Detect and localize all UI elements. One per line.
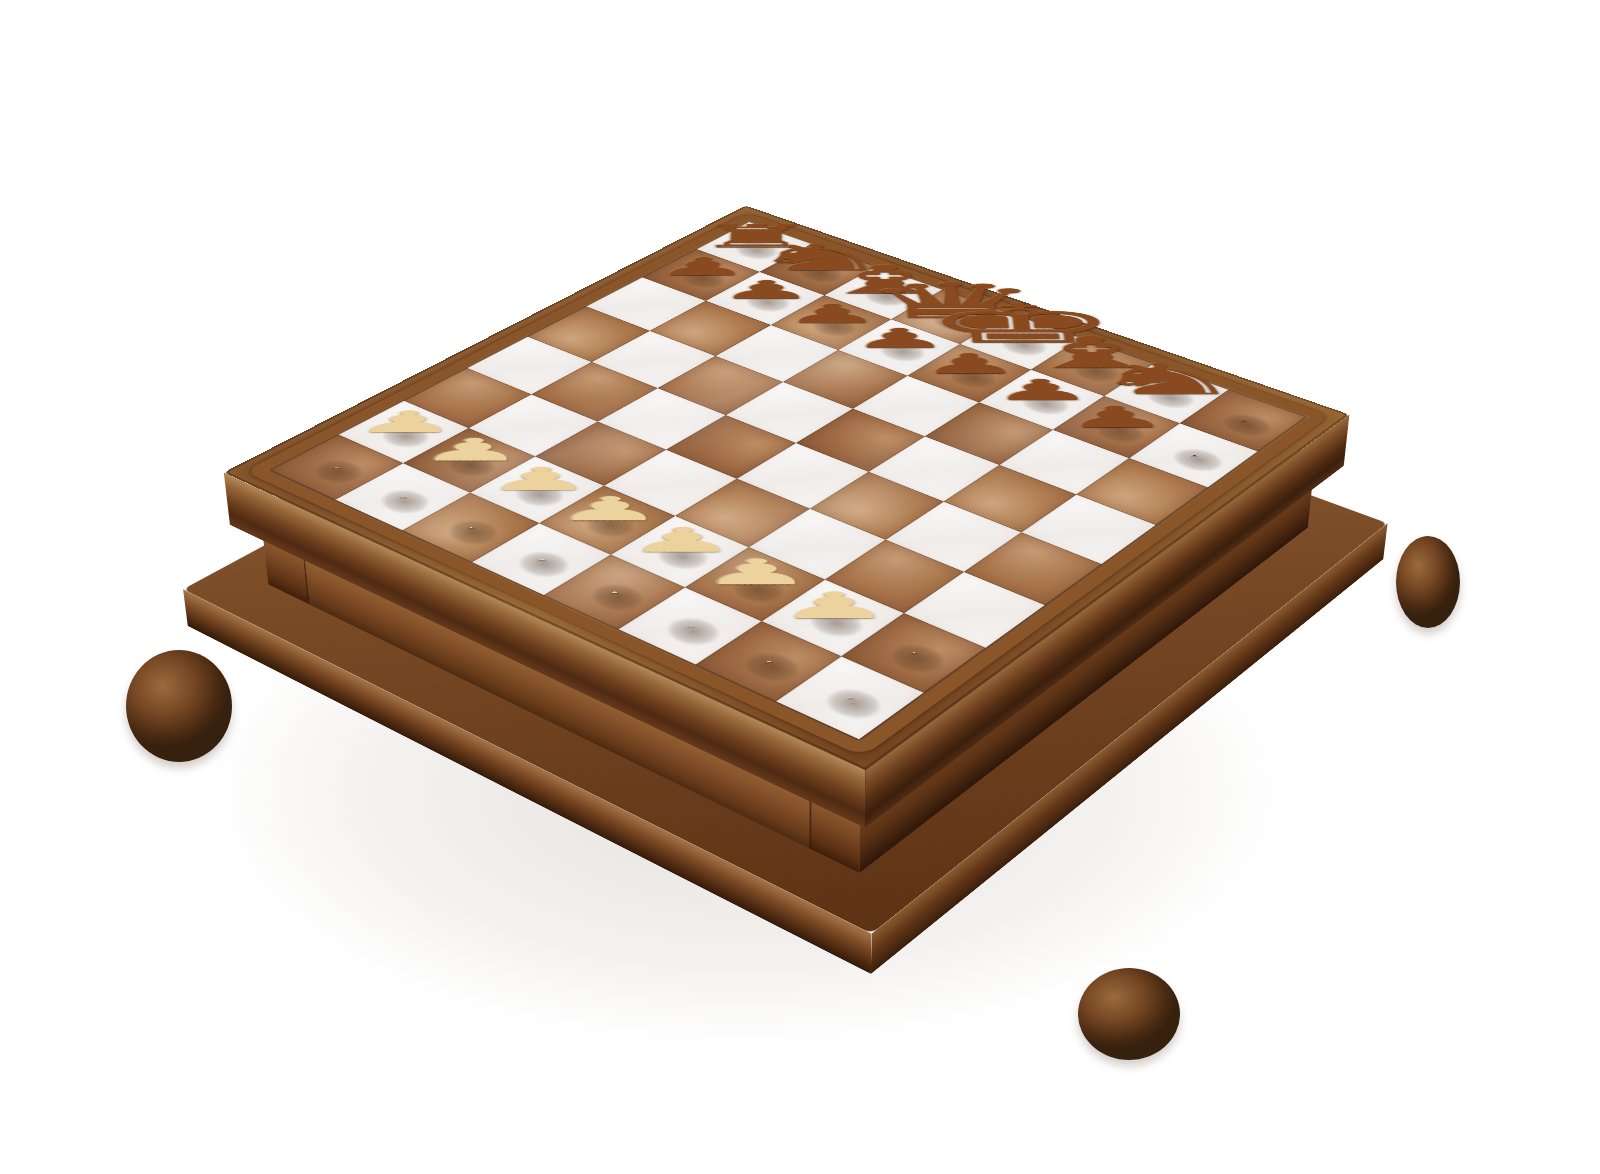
studio-scene: ♜♞♝♛♚♝♞♜♟♟♟♟♟♟♟♟♟♟♟♟♟♟♟♟♜♞♝♛♚♝♞♜ — [0, 0, 1600, 1174]
bun-foot-right — [1396, 536, 1460, 628]
bun-foot-left — [126, 650, 232, 762]
bun-foot-near — [1078, 968, 1180, 1060]
